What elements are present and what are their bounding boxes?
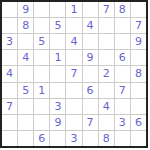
cell-r1c3[interactable]	[34, 2, 49, 17]
cell-r2c5[interactable]	[66, 18, 81, 33]
cell-r3c1[interactable]: 3	[2, 34, 17, 49]
cell-r6c9[interactable]	[131, 83, 146, 98]
cell-r4c1[interactable]	[2, 50, 17, 65]
cell-r2c1[interactable]	[2, 18, 17, 33]
cell-r3c4[interactable]	[50, 34, 65, 49]
cell-r6c2[interactable]: 5	[18, 83, 33, 98]
cell-r7c1[interactable]: 7	[2, 99, 17, 114]
cell-r5c1[interactable]: 4	[2, 66, 17, 81]
cell-r1c5[interactable]: 1	[66, 2, 81, 17]
sudoku-board: 9178854735494196472851677349736638	[0, 0, 148, 148]
cell-r2c9[interactable]: 7	[131, 18, 146, 33]
cell-r4c3[interactable]	[34, 50, 49, 65]
cell-r4c2[interactable]: 4	[18, 50, 33, 65]
cell-r4c4[interactable]: 1	[50, 50, 65, 65]
cell-r8c8[interactable]: 3	[115, 115, 130, 130]
cell-r9c5[interactable]: 3	[66, 131, 81, 146]
cell-r2c2[interactable]: 8	[18, 18, 33, 33]
cell-r7c7[interactable]: 4	[99, 99, 114, 114]
cell-r3c2[interactable]	[18, 34, 33, 49]
cell-r7c6[interactable]	[83, 99, 98, 114]
cell-r8c7[interactable]	[99, 115, 114, 130]
cell-r2c7[interactable]	[99, 18, 114, 33]
cell-r5c9[interactable]: 8	[131, 66, 146, 81]
cell-r8c5[interactable]	[66, 115, 81, 130]
cell-r9c9[interactable]	[131, 131, 146, 146]
cell-r9c7[interactable]: 8	[99, 131, 114, 146]
cell-r3c9[interactable]: 9	[131, 34, 146, 49]
cell-r7c9[interactable]	[131, 99, 146, 114]
cell-r1c2[interactable]: 9	[18, 2, 33, 17]
cell-r7c3[interactable]	[34, 99, 49, 114]
cell-r5c2[interactable]	[18, 66, 33, 81]
cell-r5c8[interactable]	[115, 66, 130, 81]
cell-r3c7[interactable]	[99, 34, 114, 49]
cell-r8c3[interactable]	[34, 115, 49, 130]
cell-r6c5[interactable]	[66, 83, 81, 98]
cell-r3c8[interactable]	[115, 34, 130, 49]
cell-r5c6[interactable]	[83, 66, 98, 81]
cell-r9c8[interactable]	[115, 131, 130, 146]
cell-r9c6[interactable]	[83, 131, 98, 146]
cell-r9c2[interactable]	[18, 131, 33, 146]
cell-r6c6[interactable]: 6	[83, 83, 98, 98]
cell-r6c3[interactable]: 1	[34, 83, 49, 98]
cell-r6c7[interactable]	[99, 83, 114, 98]
cell-r2c3[interactable]	[34, 18, 49, 33]
cell-r4c9[interactable]	[131, 50, 146, 65]
cell-r3c5[interactable]: 4	[66, 34, 81, 49]
cell-r9c1[interactable]	[2, 131, 17, 146]
cell-r1c9[interactable]	[131, 2, 146, 17]
cell-r9c4[interactable]	[50, 131, 65, 146]
cell-r8c1[interactable]	[2, 115, 17, 130]
cell-r3c3[interactable]: 5	[34, 34, 49, 49]
cell-r8c4[interactable]: 9	[50, 115, 65, 130]
cell-r5c5[interactable]: 7	[66, 66, 81, 81]
cell-r1c6[interactable]	[83, 2, 98, 17]
cell-r1c7[interactable]: 7	[99, 2, 114, 17]
cell-r4c5[interactable]	[66, 50, 81, 65]
cell-r8c9[interactable]: 6	[131, 115, 146, 130]
cell-r2c6[interactable]: 4	[83, 18, 98, 33]
cell-r5c3[interactable]	[34, 66, 49, 81]
cell-r2c8[interactable]	[115, 18, 130, 33]
cell-r9c3[interactable]: 6	[34, 131, 49, 146]
cell-r6c8[interactable]: 7	[115, 83, 130, 98]
cell-r7c8[interactable]	[115, 99, 130, 114]
cell-r5c7[interactable]: 2	[99, 66, 114, 81]
cell-r4c8[interactable]: 6	[115, 50, 130, 65]
cell-r1c1[interactable]	[2, 2, 17, 17]
cell-r6c1[interactable]	[2, 83, 17, 98]
cell-r8c2[interactable]	[18, 115, 33, 130]
cell-r1c8[interactable]: 8	[115, 2, 130, 17]
cell-r4c6[interactable]: 9	[83, 50, 98, 65]
cell-r6c4[interactable]	[50, 83, 65, 98]
cell-r1c4[interactable]	[50, 2, 65, 17]
cell-r8c6[interactable]: 7	[83, 115, 98, 130]
cell-r2c4[interactable]: 5	[50, 18, 65, 33]
cell-r7c4[interactable]: 3	[50, 99, 65, 114]
cell-r4c7[interactable]	[99, 50, 114, 65]
cell-r7c2[interactable]	[18, 99, 33, 114]
cell-r7c5[interactable]	[66, 99, 81, 114]
cell-r3c6[interactable]	[83, 34, 98, 49]
cell-r5c4[interactable]	[50, 66, 65, 81]
